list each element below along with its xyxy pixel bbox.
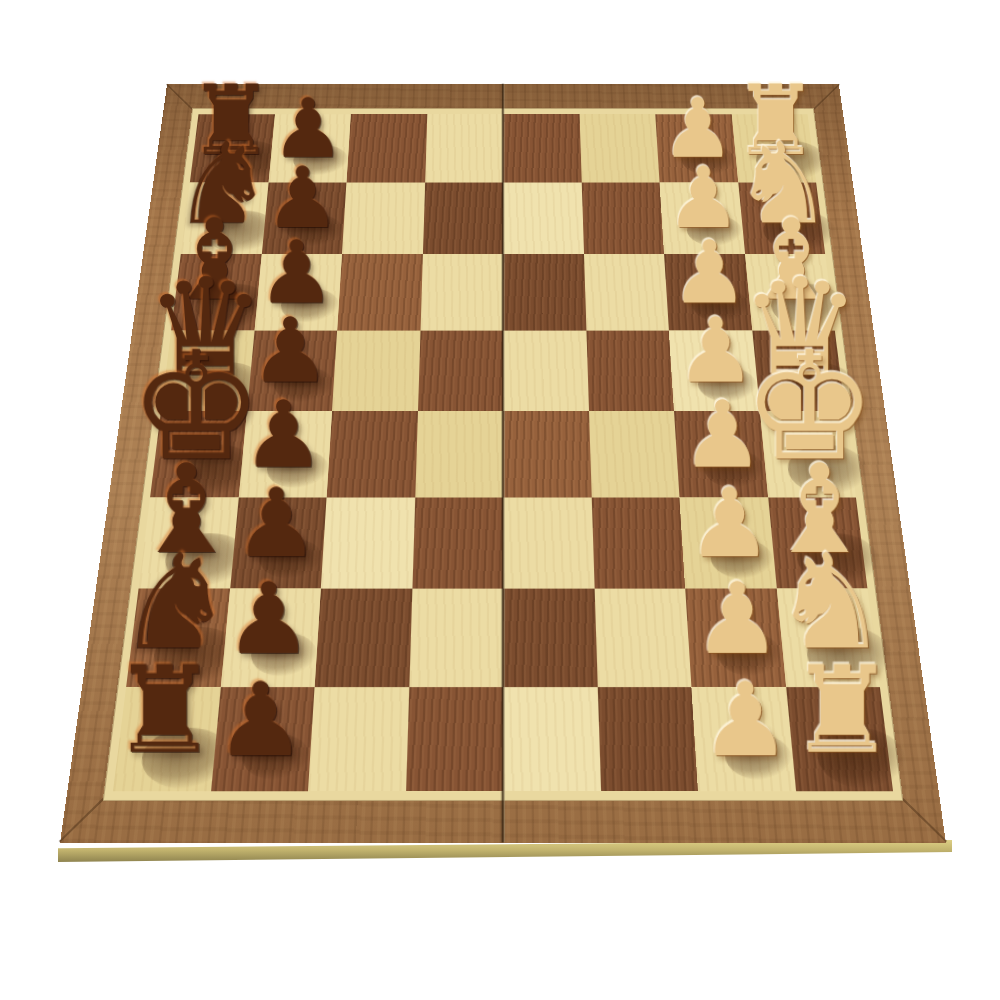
square-a4[interactable] xyxy=(503,114,581,182)
black-pawn-h7: ♟ xyxy=(215,669,306,771)
frame-mitre-joint xyxy=(901,797,947,843)
square-d6[interactable] xyxy=(332,330,420,411)
square-b4[interactable] xyxy=(503,182,584,254)
square-h6[interactable] xyxy=(308,686,409,791)
square-c6[interactable] xyxy=(337,254,422,330)
square-a5[interactable] xyxy=(425,114,503,182)
white-rook-h1: ♜ xyxy=(788,651,896,771)
square-h3[interactable] xyxy=(597,686,698,791)
square-c3[interactable] xyxy=(584,254,669,330)
white-pawn-f2: ♟ xyxy=(687,476,772,571)
frame-mitre-joint xyxy=(59,797,105,843)
chess-board: ♜♟♟♜♞♟♟♞♝♟♟♝♛♟♟♛♚♟♟♚♝♟♟♝♞♟♟♞♜♟♟♜ xyxy=(60,84,946,843)
square-e5[interactable] xyxy=(415,411,503,497)
square-h7[interactable]: ♟ xyxy=(210,686,314,791)
square-c5[interactable] xyxy=(420,254,503,330)
square-c4[interactable] xyxy=(503,254,586,330)
square-g6[interactable] xyxy=(315,589,412,687)
square-h5[interactable] xyxy=(405,686,503,791)
square-e3[interactable] xyxy=(589,411,680,497)
black-pawn-f7: ♟ xyxy=(234,476,319,571)
perspective-container: ♜♟♟♜♞♟♟♞♝♟♟♝♛♟♟♛♚♟♟♚♝♟♟♝♞♟♟♞♜♟♟♜ xyxy=(121,29,885,793)
square-f5[interactable] xyxy=(412,497,503,589)
square-d5[interactable] xyxy=(418,330,504,411)
square-b3[interactable] xyxy=(581,182,664,254)
board-side-edge xyxy=(58,840,952,862)
square-f3[interactable] xyxy=(591,497,685,589)
square-h1[interactable]: ♜ xyxy=(786,686,893,791)
square-h4[interactable] xyxy=(503,686,601,791)
square-f4[interactable] xyxy=(503,497,594,589)
square-a3[interactable] xyxy=(579,114,659,182)
square-g5[interactable] xyxy=(409,589,503,687)
square-e6[interactable] xyxy=(327,411,418,497)
photo-scene: ♜♟♟♜♞♟♟♞♝♟♟♝♛♟♟♛♚♟♟♚♝♟♟♝♞♟♟♞♜♟♟♜ xyxy=(0,0,1000,1000)
white-pawn-g2: ♟ xyxy=(693,569,781,668)
square-f6[interactable] xyxy=(321,497,415,589)
white-pawn-h2: ♟ xyxy=(699,669,790,771)
black-rook-h8: ♜ xyxy=(110,651,218,771)
square-b5[interactable] xyxy=(422,182,503,254)
square-h8[interactable]: ♜ xyxy=(113,686,220,791)
square-b6[interactable] xyxy=(342,182,425,254)
square-h2[interactable]: ♟ xyxy=(691,686,795,791)
square-g3[interactable] xyxy=(594,589,691,687)
square-g4[interactable] xyxy=(503,589,597,687)
black-pawn-g7: ♟ xyxy=(225,569,313,668)
square-e4[interactable] xyxy=(503,411,591,497)
square-d4[interactable] xyxy=(503,330,589,411)
hinge-seam xyxy=(501,84,506,843)
square-a6[interactable] xyxy=(346,114,426,182)
square-d3[interactable] xyxy=(586,330,674,411)
